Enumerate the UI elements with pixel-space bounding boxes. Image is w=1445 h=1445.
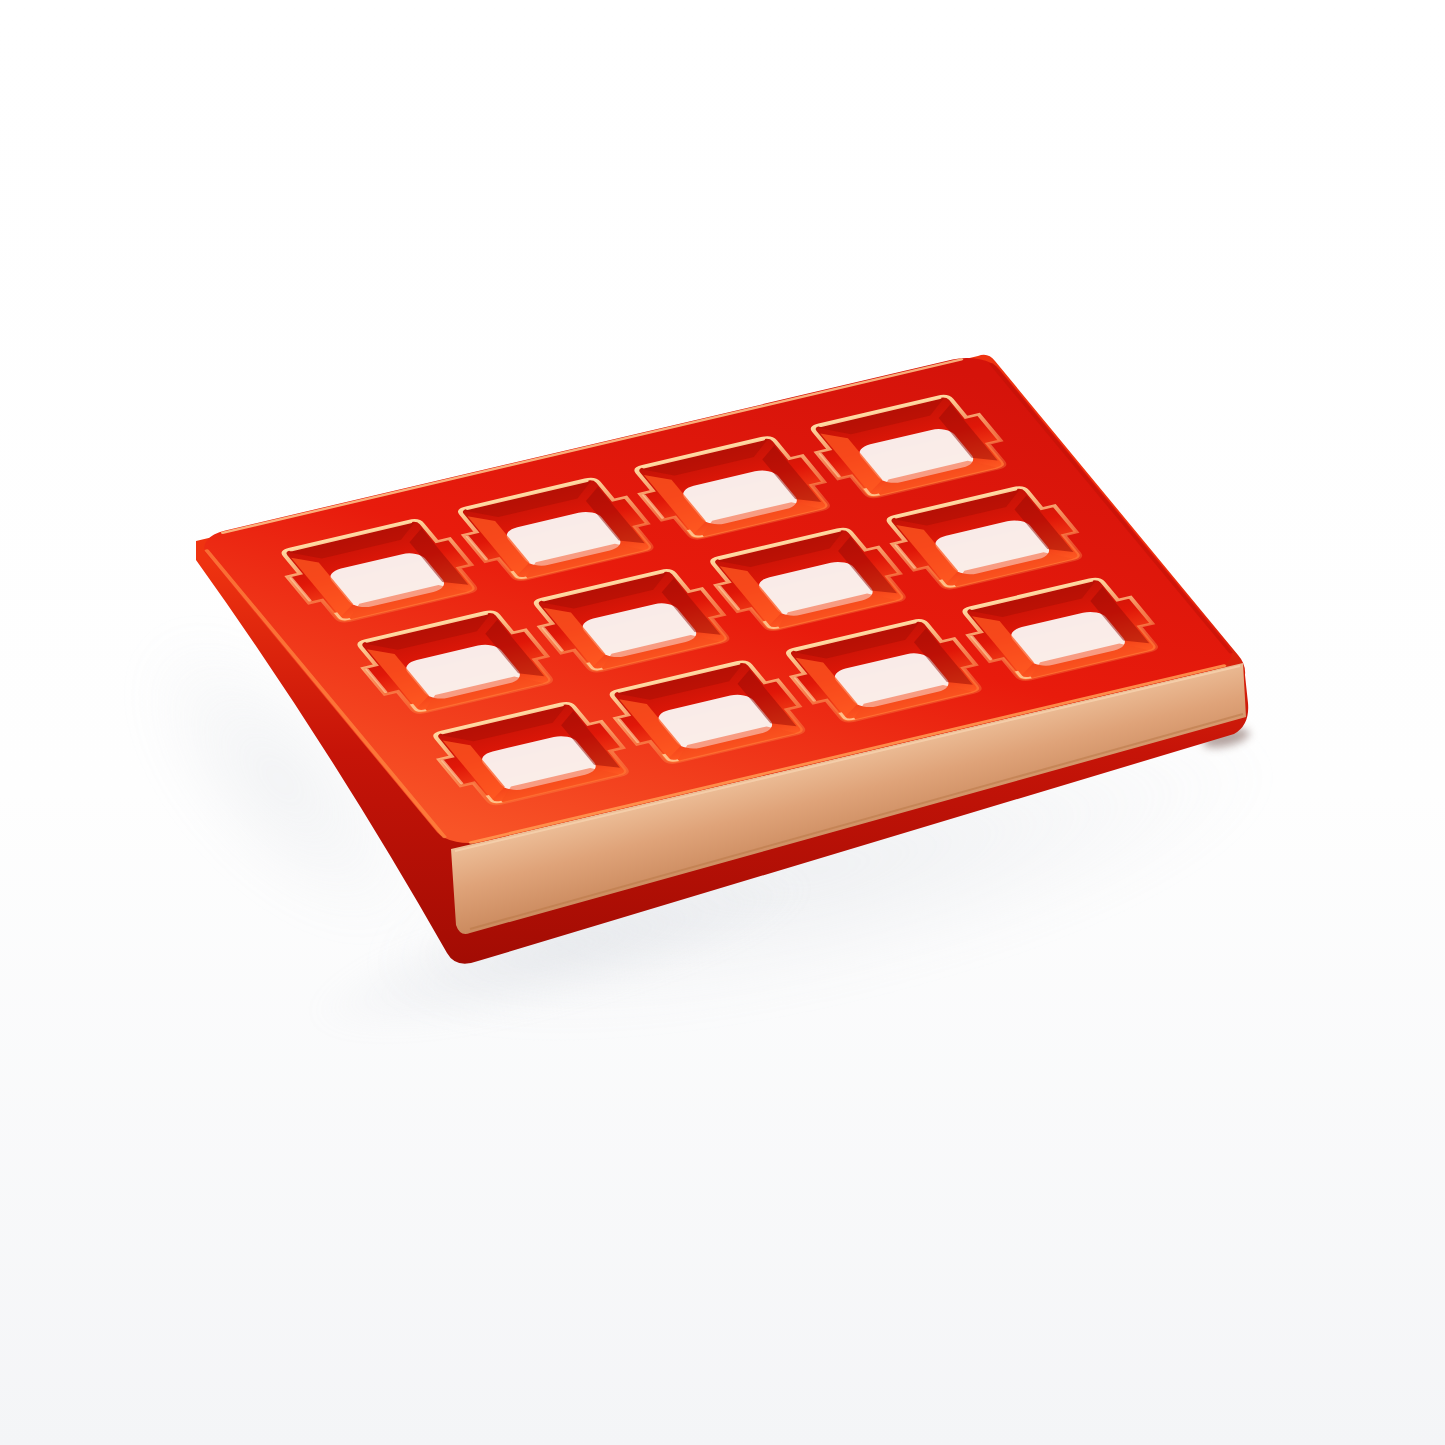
product-photo-svg <box>0 0 1445 1445</box>
product-photo <box>0 0 1445 1445</box>
